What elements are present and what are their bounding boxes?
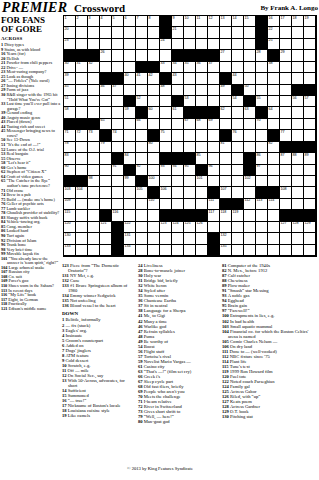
grid-cell[interactable]	[88, 165, 100, 176]
grid-cell[interactable]: 19	[304, 16, 316, 27]
grid-cell[interactable]	[220, 39, 232, 50]
grid-cell[interactable]	[88, 210, 100, 221]
grid-cell[interactable]: 27	[220, 50, 232, 61]
grid-cell[interactable]	[232, 165, 244, 176]
grid-cell[interactable]	[76, 210, 88, 221]
grid-cell[interactable]	[172, 245, 184, 256]
grid-cell[interactable]: 128	[292, 222, 304, 233]
grid-cell[interactable]	[232, 245, 244, 256]
grid-cell[interactable]	[292, 27, 304, 38]
grid-cell[interactable]: 46	[100, 85, 112, 96]
grid-cell[interactable]: 119	[232, 210, 244, 221]
grid-cell[interactable]	[148, 96, 160, 107]
grid-cell[interactable]: 58	[64, 107, 76, 118]
grid-cell[interactable]	[292, 233, 304, 244]
grid-cell[interactable]	[100, 199, 112, 210]
grid-cell[interactable]	[136, 142, 148, 153]
grid-cell[interactable]	[268, 176, 280, 187]
grid-cell[interactable]	[244, 245, 256, 256]
grid-cell[interactable]: 20	[64, 27, 76, 38]
grid-cell[interactable]: 30	[64, 62, 76, 73]
grid-cell[interactable]	[184, 233, 196, 244]
grid-cell[interactable]: 59	[124, 107, 136, 118]
grid-cell[interactable]	[88, 142, 100, 153]
grid-cell[interactable]	[124, 130, 136, 141]
grid-cell[interactable]: 38	[268, 62, 280, 73]
grid-cell[interactable]: 121	[100, 222, 112, 233]
grid-cell[interactable]	[292, 107, 304, 118]
grid-cell[interactable]	[304, 187, 316, 198]
grid-cell[interactable]	[136, 39, 148, 50]
grid-cell[interactable]	[160, 245, 172, 256]
grid-cell[interactable]	[244, 50, 256, 61]
grid-cell[interactable]	[76, 142, 88, 153]
grid-cell[interactable]	[256, 62, 268, 73]
grid-cell[interactable]: 126	[196, 222, 208, 233]
grid-cell[interactable]: 55	[256, 96, 268, 107]
grid-cell[interactable]: 93	[160, 165, 172, 176]
grid-cell[interactable]: 28	[256, 50, 268, 61]
grid-cell[interactable]	[100, 27, 112, 38]
grid-cell[interactable]	[184, 142, 196, 153]
grid-cell[interactable]	[172, 85, 184, 96]
grid-cell[interactable]	[76, 165, 88, 176]
grid-cell[interactable]: 112	[244, 199, 256, 210]
grid-cell[interactable]: 45	[64, 85, 76, 96]
grid-cell[interactable]	[112, 27, 124, 38]
grid-cell[interactable]	[256, 245, 268, 256]
grid-cell[interactable]: 11	[196, 16, 208, 27]
grid-cell[interactable]: 135	[220, 245, 232, 256]
grid-cell[interactable]	[172, 233, 184, 244]
grid-cell[interactable]	[136, 210, 148, 221]
grid-cell[interactable]	[148, 210, 160, 221]
grid-cell[interactable]	[244, 119, 256, 130]
grid-cell[interactable]	[232, 233, 244, 244]
grid-cell[interactable]	[88, 73, 100, 84]
grid-cell[interactable]	[304, 199, 316, 210]
grid-cell[interactable]	[292, 50, 304, 61]
grid-cell[interactable]: 92	[136, 165, 148, 176]
grid-cell[interactable]	[88, 233, 100, 244]
grid-cell[interactable]	[220, 27, 232, 38]
grid-cell[interactable]	[184, 85, 196, 96]
grid-cell[interactable]: 29	[280, 50, 292, 61]
grid-cell[interactable]: 49	[220, 85, 232, 96]
grid-cell[interactable]	[244, 222, 256, 233]
grid-cell[interactable]	[88, 222, 100, 233]
grid-cell[interactable]: 89	[304, 153, 316, 164]
grid-cell[interactable]: 42	[148, 73, 160, 84]
grid-cell[interactable]	[196, 27, 208, 38]
grid-cell[interactable]	[148, 153, 160, 164]
grid-cell[interactable]	[88, 96, 100, 107]
grid-cell[interactable]	[136, 233, 148, 244]
grid-cell[interactable]: 33	[160, 62, 172, 73]
grid-cell[interactable]	[244, 62, 256, 73]
grid-cell[interactable]: 87	[280, 153, 292, 164]
grid-cell[interactable]	[100, 39, 112, 50]
grid-cell[interactable]	[76, 245, 88, 256]
grid-cell[interactable]	[172, 187, 184, 198]
grid-cell[interactable]: 94	[172, 165, 184, 176]
grid-cell[interactable]	[100, 245, 112, 256]
grid-cell[interactable]	[76, 96, 88, 107]
grid-cell[interactable]: 67	[184, 119, 196, 130]
grid-cell[interactable]: 100	[148, 176, 160, 187]
grid-cell[interactable]: 107	[220, 187, 232, 198]
grid-cell[interactable]	[112, 50, 124, 61]
grid-cell[interactable]	[292, 199, 304, 210]
grid-cell[interactable]	[232, 176, 244, 187]
grid-cell[interactable]	[292, 73, 304, 84]
grid-cell[interactable]	[208, 153, 220, 164]
grid-cell[interactable]: 37	[208, 62, 220, 73]
grid-cell[interactable]: 113	[256, 199, 268, 210]
grid-cell[interactable]	[76, 107, 88, 118]
grid-cell[interactable]	[304, 165, 316, 176]
grid-cell[interactable]	[88, 39, 100, 50]
grid-cell[interactable]	[220, 119, 232, 130]
grid-cell[interactable]: 36	[196, 62, 208, 73]
grid-cell[interactable]	[88, 245, 100, 256]
grid-cell[interactable]	[280, 27, 292, 38]
grid-cell[interactable]: 108	[280, 187, 292, 198]
grid-cell[interactable]: 43	[172, 73, 184, 84]
grid-cell[interactable]: 56	[292, 96, 304, 107]
grid-cell[interactable]	[136, 27, 148, 38]
grid-cell[interactable]	[196, 142, 208, 153]
grid-cell[interactable]	[268, 165, 280, 176]
grid-cell[interactable]	[232, 187, 244, 198]
grid-cell[interactable]	[136, 153, 148, 164]
grid-cell[interactable]	[100, 176, 112, 187]
grid-cell[interactable]	[220, 222, 232, 233]
grid-cell[interactable]: 77	[280, 130, 292, 141]
grid-cell[interactable]	[280, 245, 292, 256]
grid-cell[interactable]: 50	[244, 85, 256, 96]
grid-cell[interactable]	[256, 222, 268, 233]
grid-cell[interactable]	[160, 176, 172, 187]
grid-cell[interactable]	[232, 222, 244, 233]
grid-cell[interactable]	[160, 119, 172, 130]
grid-cell[interactable]	[280, 119, 292, 130]
grid-cell[interactable]: 57	[304, 96, 316, 107]
grid-cell[interactable]	[124, 199, 136, 210]
grid-cell[interactable]	[112, 96, 124, 107]
grid-cell[interactable]: 110	[148, 199, 160, 210]
grid-cell[interactable]	[304, 176, 316, 187]
grid-cell[interactable]: 129	[304, 222, 316, 233]
grid-cell[interactable]: 4	[100, 16, 112, 27]
grid-cell[interactable]	[292, 245, 304, 256]
grid-cell[interactable]: 117	[208, 210, 220, 221]
grid-cell[interactable]: 22	[268, 27, 280, 38]
grid-cell[interactable]	[148, 222, 160, 233]
grid-cell[interactable]	[256, 176, 268, 187]
grid-cell[interactable]: 12	[208, 16, 220, 27]
grid-cell[interactable]: 75	[160, 130, 172, 141]
grid-cell[interactable]: 122	[124, 222, 136, 233]
grid-cell[interactable]: 131	[124, 233, 136, 244]
grid-cell[interactable]	[88, 85, 100, 96]
grid-cell[interactable]	[184, 130, 196, 141]
grid-cell[interactable]	[304, 73, 316, 84]
grid-cell[interactable]	[292, 165, 304, 176]
grid-cell[interactable]	[88, 107, 100, 118]
grid-cell[interactable]	[304, 233, 316, 244]
grid-cell[interactable]: 21	[172, 27, 184, 38]
grid-cell[interactable]: 35	[184, 62, 196, 73]
grid-cell[interactable]	[208, 73, 220, 84]
grid-cell[interactable]	[196, 233, 208, 244]
grid-cell[interactable]: 102	[244, 176, 256, 187]
grid-cell[interactable]	[244, 210, 256, 221]
grid-cell[interactable]	[196, 199, 208, 210]
grid-cell[interactable]	[100, 153, 112, 164]
grid-cell[interactable]	[208, 142, 220, 153]
grid-cell[interactable]	[160, 142, 172, 153]
grid-cell[interactable]	[196, 96, 208, 107]
grid-cell[interactable]	[148, 85, 160, 96]
grid-cell[interactable]	[196, 85, 208, 96]
grid-cell[interactable]: 99	[124, 176, 136, 187]
grid-cell[interactable]: 17	[280, 16, 292, 27]
grid-cell[interactable]: 72	[76, 130, 88, 141]
grid-cell[interactable]	[196, 187, 208, 198]
grid-cell[interactable]: 5	[112, 16, 124, 27]
grid-cell[interactable]	[268, 85, 280, 96]
grid-cell[interactable]	[280, 165, 292, 176]
grid-cell[interactable]	[208, 96, 220, 107]
grid-cell[interactable]	[244, 233, 256, 244]
grid-cell[interactable]	[280, 73, 292, 84]
grid-cell[interactable]: 3	[88, 16, 100, 27]
grid-cell[interactable]	[208, 222, 220, 233]
grid-cell[interactable]	[244, 39, 256, 50]
grid-cell[interactable]: 60	[148, 107, 160, 118]
grid-cell[interactable]: 66	[136, 119, 148, 130]
grid-cell[interactable]	[76, 73, 88, 84]
grid-cell[interactable]	[76, 39, 88, 50]
grid-cell[interactable]: 65	[100, 119, 112, 130]
grid-cell[interactable]: 7	[136, 16, 148, 27]
grid-cell[interactable]: 39	[64, 73, 76, 84]
grid-cell[interactable]	[172, 130, 184, 141]
grid-cell[interactable]	[136, 245, 148, 256]
grid-cell[interactable]	[136, 130, 148, 141]
grid-cell[interactable]: 111	[208, 199, 220, 210]
grid-cell[interactable]	[244, 27, 256, 38]
grid-cell[interactable]	[304, 107, 316, 118]
grid-cell[interactable]: 90	[64, 165, 76, 176]
grid-cell[interactable]: 61	[172, 107, 184, 118]
grid-cell[interactable]	[256, 233, 268, 244]
grid-cell[interactable]	[208, 27, 220, 38]
grid-cell[interactable]	[88, 187, 100, 198]
grid-cell[interactable]	[160, 233, 172, 244]
grid-cell[interactable]	[76, 85, 88, 96]
grid-cell[interactable]: 63	[244, 107, 256, 118]
grid-cell[interactable]: 9	[172, 16, 184, 27]
grid-cell[interactable]	[256, 85, 268, 96]
grid-cell[interactable]	[232, 142, 244, 153]
grid-cell[interactable]	[112, 62, 124, 73]
grid-cell[interactable]: 69	[208, 119, 220, 130]
grid-cell[interactable]	[280, 107, 292, 118]
grid-cell[interactable]	[100, 165, 112, 176]
grid-cell[interactable]	[268, 153, 280, 164]
grid-cell[interactable]: 88	[292, 153, 304, 164]
grid-cell[interactable]	[100, 96, 112, 107]
grid-cell[interactable]: 132	[220, 233, 232, 244]
grid-cell[interactable]	[124, 62, 136, 73]
grid-cell[interactable]: 31	[76, 62, 88, 73]
grid-cell[interactable]	[88, 199, 100, 210]
grid-cell[interactable]	[100, 187, 112, 198]
grid-cell[interactable]: 70	[256, 119, 268, 130]
grid-cell[interactable]: 62	[220, 107, 232, 118]
grid-cell[interactable]: 115	[64, 210, 76, 221]
grid-cell[interactable]: 13	[220, 16, 232, 27]
grid-cell[interactable]	[256, 73, 268, 84]
grid-cell[interactable]: 86	[256, 153, 268, 164]
grid-cell[interactable]: 116	[112, 210, 124, 221]
grid-cell[interactable]: 125	[184, 222, 196, 233]
grid-cell[interactable]	[100, 62, 112, 73]
grid-cell[interactable]	[256, 210, 268, 221]
grid-cell[interactable]	[184, 73, 196, 84]
grid-cell[interactable]	[172, 39, 184, 50]
grid-cell[interactable]	[112, 142, 124, 153]
grid-cell[interactable]	[208, 130, 220, 141]
grid-cell[interactable]	[232, 39, 244, 50]
grid-cell[interactable]	[76, 153, 88, 164]
grid-cell[interactable]: 80	[148, 142, 160, 153]
grid-cell[interactable]	[184, 39, 196, 50]
grid-cell[interactable]: 103	[64, 187, 76, 198]
grid-cell[interactable]: 96	[208, 165, 220, 176]
grid-cell[interactable]	[304, 39, 316, 50]
grid-cell[interactable]	[232, 107, 244, 118]
grid-cell[interactable]	[196, 130, 208, 141]
grid-cell[interactable]: 68	[196, 119, 208, 130]
grid-cell[interactable]: 2	[76, 16, 88, 27]
grid-cell[interactable]	[76, 27, 88, 38]
grid-cell[interactable]	[112, 39, 124, 50]
grid-cell[interactable]: 105	[136, 187, 148, 198]
grid-cell[interactable]	[304, 119, 316, 130]
grid-cell[interactable]: 133	[64, 245, 76, 256]
grid-cell[interactable]	[148, 245, 160, 256]
grid-cell[interactable]	[124, 210, 136, 221]
grid-cell[interactable]: 74	[112, 130, 124, 141]
grid-cell[interactable]	[124, 50, 136, 61]
grid-cell[interactable]	[124, 27, 136, 38]
grid-cell[interactable]: 8	[148, 16, 160, 27]
grid-cell[interactable]	[208, 85, 220, 96]
grid-cell[interactable]: 114	[268, 199, 280, 210]
grid-cell[interactable]: 32	[88, 62, 100, 73]
grid-cell[interactable]	[292, 130, 304, 141]
grid-cell[interactable]: 34	[172, 62, 184, 73]
grid-cell[interactable]	[160, 107, 172, 118]
grid-cell[interactable]	[112, 119, 124, 130]
grid-cell[interactable]	[220, 176, 232, 187]
grid-cell[interactable]: 124	[172, 222, 184, 233]
grid-cell[interactable]	[268, 210, 280, 221]
grid-cell[interactable]	[268, 222, 280, 233]
grid-cell[interactable]	[112, 176, 124, 187]
grid-cell[interactable]: 84	[124, 153, 136, 164]
grid-cell[interactable]	[160, 96, 172, 107]
grid-cell[interactable]	[304, 27, 316, 38]
grid-cell[interactable]: 101	[196, 176, 208, 187]
grid-cell[interactable]	[76, 233, 88, 244]
grid-cell[interactable]	[112, 107, 124, 118]
grid-cell[interactable]	[148, 50, 160, 61]
grid-cell[interactable]	[268, 73, 280, 84]
grid-cell[interactable]: 44	[232, 73, 244, 84]
grid-cell[interactable]	[160, 50, 172, 61]
grid-cell[interactable]	[292, 39, 304, 50]
grid-cell[interactable]	[304, 245, 316, 256]
grid-cell[interactable]: 127	[280, 222, 292, 233]
grid-cell[interactable]	[148, 233, 160, 244]
grid-cell[interactable]	[292, 187, 304, 198]
grid-cell[interactable]	[136, 199, 148, 210]
grid-cell[interactable]	[136, 85, 148, 96]
grid-cell[interactable]: 48	[160, 85, 172, 96]
grid-cell[interactable]: 16	[268, 16, 280, 27]
grid-cell[interactable]: 79	[100, 142, 112, 153]
grid-cell[interactable]: 23	[64, 39, 76, 50]
grid-cell[interactable]: 91	[112, 165, 124, 176]
grid-cell[interactable]	[280, 176, 292, 187]
grid-cell[interactable]: 134	[124, 245, 136, 256]
grid-cell[interactable]	[184, 245, 196, 256]
grid-cell[interactable]	[280, 233, 292, 244]
grid-cell[interactable]	[268, 245, 280, 256]
grid-cell[interactable]: 81	[220, 142, 232, 153]
grid-cell[interactable]	[244, 130, 256, 141]
grid-cell[interactable]: 52	[136, 96, 148, 107]
grid-cell[interactable]: 47	[112, 85, 124, 96]
grid-cell[interactable]	[172, 142, 184, 153]
grid-cell[interactable]: 1	[64, 16, 76, 27]
grid-cell[interactable]: 97	[256, 165, 268, 176]
grid-cell[interactable]: 98	[88, 176, 100, 187]
grid-cell[interactable]	[112, 187, 124, 198]
grid-cell[interactable]	[124, 39, 136, 50]
grid-cell[interactable]	[184, 27, 196, 38]
grid-cell[interactable]: 6	[124, 16, 136, 27]
grid-cell[interactable]: 64	[268, 107, 280, 118]
grid-cell[interactable]	[256, 142, 268, 153]
grid-cell[interactable]: 95	[184, 165, 196, 176]
grid-cell[interactable]	[292, 176, 304, 187]
grid-cell[interactable]: 83	[64, 153, 76, 164]
grid-cell[interactable]: 18	[292, 16, 304, 27]
grid-cell[interactable]	[196, 39, 208, 50]
grid-cell[interactable]	[184, 199, 196, 210]
grid-cell[interactable]	[292, 119, 304, 130]
grid-cell[interactable]	[124, 119, 136, 130]
grid-cell[interactable]	[100, 233, 112, 244]
grid-cell[interactable]	[136, 222, 148, 233]
grid-cell[interactable]	[268, 119, 280, 130]
grid-cell[interactable]	[220, 153, 232, 164]
